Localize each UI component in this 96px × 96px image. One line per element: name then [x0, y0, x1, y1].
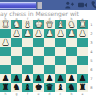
- square-h4[interactable]: [0, 47, 11, 56]
- square-a5[interactable]: [77, 56, 88, 65]
- square-b7[interactable]: ♟: [66, 74, 77, 83]
- white-knight: ♞: [66, 20, 77, 29]
- white-pawn: ♟: [77, 29, 88, 38]
- square-g5[interactable]: [11, 56, 22, 65]
- rank-label-7: 7: [88, 74, 95, 82]
- white-rook: ♜: [77, 20, 88, 29]
- progress-thumb: [37, 2, 42, 9]
- square-g1[interactable]: ♞: [11, 20, 22, 29]
- square-a6[interactable]: [77, 65, 88, 74]
- white-pawn: ♟: [44, 29, 55, 38]
- square-e3[interactable]: [33, 38, 44, 47]
- square-e7[interactable]: ♟: [33, 74, 44, 83]
- white-pawn: ♟: [0, 38, 11, 47]
- square-b4[interactable]: [66, 47, 77, 56]
- black-pawn: ♟: [11, 74, 22, 83]
- square-g3[interactable]: [11, 38, 22, 47]
- black-pawn: ♟: [33, 74, 44, 83]
- black-pawn: ♟: [77, 74, 88, 83]
- square-h1[interactable]: ♜: [0, 20, 11, 29]
- square-c5[interactable]: [55, 56, 66, 65]
- square-b1[interactable]: ♞: [66, 20, 77, 29]
- file-label-a: a: [78, 92, 87, 95]
- square-h3[interactable]: ♟: [0, 38, 11, 47]
- file-label-g: g: [12, 92, 21, 95]
- square-b5[interactable]: [66, 56, 77, 65]
- white-rook: ♜: [0, 20, 11, 29]
- file-label-f: f: [23, 92, 32, 95]
- white-pawn: ♟: [55, 29, 66, 38]
- rank-label-2: 2: [88, 29, 95, 37]
- video-call-icon[interactable]: [78, 2, 87, 8]
- square-f4[interactable]: [22, 47, 33, 56]
- square-h7[interactable]: ♟: [0, 74, 11, 83]
- square-c6[interactable]: [55, 65, 66, 74]
- square-f7[interactable]: ♟: [22, 74, 33, 83]
- square-a4[interactable]: [77, 47, 88, 56]
- square-h5[interactable]: [0, 56, 11, 65]
- rank-label-4: 4: [88, 47, 95, 55]
- square-b3[interactable]: [66, 38, 77, 47]
- white-pawn: ♟: [33, 29, 44, 38]
- file-label-d: d: [45, 92, 54, 95]
- square-c4[interactable]: [55, 47, 66, 56]
- square-f2[interactable]: ♟: [22, 29, 33, 38]
- white-bishop: ♝: [22, 20, 33, 29]
- black-pawn: ♟: [55, 74, 66, 83]
- square-g7[interactable]: ♟: [11, 74, 22, 83]
- add-person-icon[interactable]: [65, 1, 74, 9]
- header-actions: [65, 0, 96, 10]
- file-label-e: e: [34, 92, 43, 95]
- rank-label-5: 5: [88, 56, 95, 64]
- square-d3[interactable]: [44, 38, 55, 47]
- square-c1[interactable]: ♝: [55, 20, 66, 29]
- square-d1[interactable]: ♛: [44, 20, 55, 29]
- square-d4[interactable]: [44, 47, 55, 56]
- square-g6[interactable]: [11, 65, 22, 74]
- white-king: ♚: [33, 20, 44, 29]
- square-f1[interactable]: ♝: [22, 20, 33, 29]
- square-f5[interactable]: [22, 56, 33, 65]
- square-c2[interactable]: ♟: [55, 29, 66, 38]
- file-label-c: c: [56, 92, 65, 95]
- messenger-chess-screen: ay chess in Messenger wit hgfedcba ♜♞♝♚♛…: [0, 0, 96, 96]
- square-c7[interactable]: ♟: [55, 74, 66, 83]
- square-d2[interactable]: ♟: [44, 29, 55, 38]
- square-b2[interactable]: ♟: [66, 29, 77, 38]
- square-a2[interactable]: ♟: [77, 29, 88, 38]
- black-pawn: ♟: [44, 74, 55, 83]
- rank-label-1: 1: [88, 20, 95, 28]
- voice-call-icon[interactable]: [91, 1, 96, 9]
- square-f6[interactable]: [22, 65, 33, 74]
- square-d7[interactable]: ♟: [44, 74, 55, 83]
- square-g4[interactable]: [11, 47, 22, 56]
- rank-label-6: 6: [88, 65, 95, 73]
- white-pawn: ♟: [11, 29, 22, 38]
- white-queen: ♛: [44, 20, 55, 29]
- square-d6[interactable]: [44, 65, 55, 74]
- square-a7[interactable]: ♟: [77, 74, 88, 83]
- white-knight: ♞: [11, 20, 22, 29]
- square-e6[interactable]: [33, 65, 44, 74]
- rank-labels-right: 12345678: [88, 20, 96, 92]
- square-e2[interactable]: ♟: [33, 29, 44, 38]
- square-a1[interactable]: ♜: [77, 20, 88, 29]
- chess-board: ♜♞♝♚♛♝♞♜♟♟♟♟♟♟♟♟♟♟♟♟♟♟♟♟♜♞♝♚♛♝♞♜: [0, 20, 88, 92]
- square-c3[interactable]: [55, 38, 66, 47]
- white-bishop: ♝: [55, 20, 66, 29]
- file-label-h: h: [1, 92, 10, 95]
- loading-progress-bar: [0, 2, 36, 9]
- rank-label-8: 8: [88, 83, 95, 91]
- black-pawn: ♟: [22, 74, 33, 83]
- square-b6[interactable]: [66, 65, 77, 74]
- square-e4[interactable]: [33, 47, 44, 56]
- rank-label-3: 3: [88, 38, 95, 46]
- square-h6[interactable]: [0, 65, 11, 74]
- white-pawn: ♟: [22, 29, 33, 38]
- file-labels-bottom: hgfedcba: [0, 92, 88, 96]
- square-e1[interactable]: ♚: [33, 20, 44, 29]
- square-d5[interactable]: [44, 56, 55, 65]
- square-h2[interactable]: [0, 29, 11, 38]
- square-g2[interactable]: ♟: [11, 29, 22, 38]
- square-f3[interactable]: [22, 38, 33, 47]
- file-label-b: b: [67, 92, 76, 95]
- square-e5[interactable]: [33, 56, 44, 65]
- white-pawn: ♟: [66, 29, 77, 38]
- app-header: [0, 0, 96, 10]
- square-a3[interactable]: [77, 38, 88, 47]
- black-pawn: ♟: [66, 74, 77, 83]
- black-pawn: ♟: [0, 74, 11, 83]
